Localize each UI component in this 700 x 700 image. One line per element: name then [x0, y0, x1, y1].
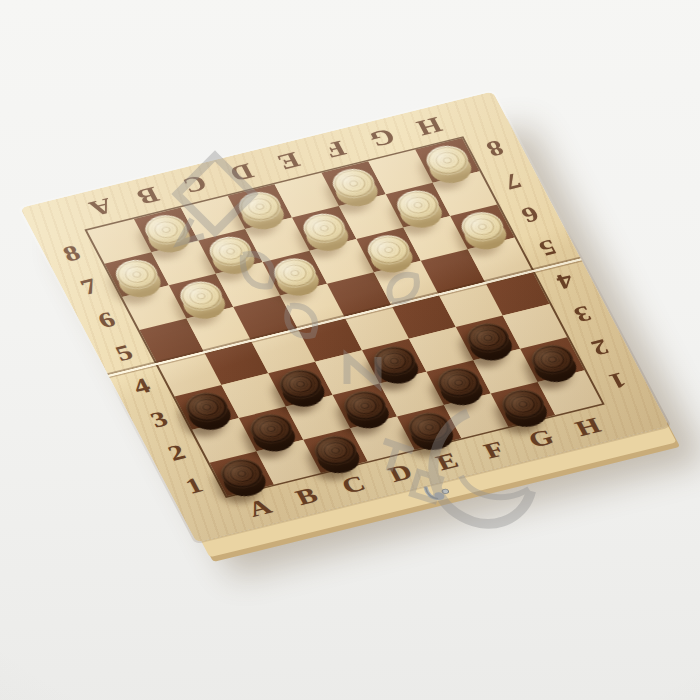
checker-light-h8[interactable] — [421, 142, 475, 179]
checker-light-g7[interactable] — [391, 186, 445, 223]
photo-background: AABBCCDDEEFFGGHH8877665544332211 — [0, 0, 700, 700]
checker-dark-c1[interactable] — [309, 432, 363, 469]
checker-dark-g3[interactable] — [461, 319, 515, 356]
checker-light-d8[interactable] — [233, 188, 287, 225]
pieces-layer — [20, 91, 669, 542]
checker-dark-f2[interactable] — [432, 364, 486, 401]
checker-dark-a1[interactable] — [215, 455, 269, 492]
checker-light-c7[interactable] — [204, 233, 258, 270]
checker-dark-e3[interactable] — [367, 342, 421, 379]
checker-dark-d2[interactable] — [338, 387, 392, 424]
checkers-board: AABBCCDDEEFFGGHH8877665544332211 — [20, 91, 669, 542]
checker-light-f8[interactable] — [327, 165, 381, 202]
checker-light-f6[interactable] — [362, 231, 416, 268]
checker-dark-h2[interactable] — [526, 341, 580, 378]
checker-light-e7[interactable] — [297, 210, 351, 247]
checker-light-a7[interactable] — [110, 256, 164, 293]
checker-dark-b2[interactable] — [244, 410, 298, 447]
checker-dark-g1[interactable] — [496, 386, 550, 423]
checker-light-b6[interactable] — [174, 278, 228, 315]
checker-dark-e1[interactable] — [402, 409, 456, 446]
checker-light-d6[interactable] — [268, 254, 322, 291]
watermark-big-c-inner — [461, 476, 529, 497]
checker-dark-c3[interactable] — [274, 366, 328, 403]
checker-dark-a3[interactable] — [180, 389, 234, 426]
checker-light-h6[interactable] — [456, 208, 510, 245]
checker-light-b8[interactable] — [139, 211, 193, 248]
